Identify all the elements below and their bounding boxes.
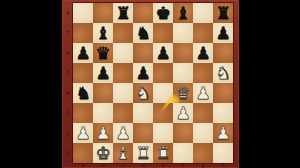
rank-label-2: 2	[64, 123, 72, 143]
square-b3[interactable]	[93, 103, 113, 123]
piece-white-rook[interactable]: ♜	[135, 143, 150, 163]
screenshot-root: { "game": "chess", "position": { "fen": …	[0, 0, 300, 168]
piece-black-queen[interactable]: ♛	[95, 43, 110, 63]
square-f6[interactable]	[173, 43, 193, 63]
square-a3[interactable]	[73, 103, 93, 123]
square-g5[interactable]	[193, 63, 213, 83]
square-c6[interactable]	[113, 43, 133, 63]
square-g4[interactable]: ♟	[193, 83, 213, 103]
square-f7[interactable]	[173, 23, 193, 43]
square-d1[interactable]: ♜	[133, 143, 153, 163]
chess-board-widget: 87654321 abcdefgh ♜♚♝♜♝♞♟♟♛♟♟♟♟♞♞♞♛♟♟♟♟♟…	[62, 0, 239, 168]
piece-black-pawn[interactable]: ♟	[155, 43, 170, 63]
square-h3[interactable]	[213, 103, 233, 123]
square-a4[interactable]: ♞	[73, 83, 93, 103]
square-h7[interactable]: ♟	[213, 23, 233, 43]
file-label-g: g	[193, 163, 213, 168]
square-f4[interactable]: ♛	[173, 83, 193, 103]
piece-black-rook[interactable]: ♜	[115, 3, 130, 23]
file-label-d: d	[133, 163, 153, 168]
piece-black-knight[interactable]: ♞	[75, 83, 90, 103]
square-d4[interactable]: ♞	[133, 83, 153, 103]
piece-black-king[interactable]: ♚	[155, 3, 170, 23]
chess-board[interactable]: ♜♚♝♜♝♞♟♟♛♟♟♟♟♞♞♞♛♟♟♟♟♟♟♚♝♜♜	[73, 3, 233, 163]
rank-label-4: 4	[64, 83, 72, 103]
square-h1[interactable]	[213, 143, 233, 163]
square-d8[interactable]	[133, 3, 153, 23]
square-c7[interactable]	[113, 23, 133, 43]
file-label-c: c	[113, 163, 133, 168]
square-b8[interactable]	[93, 3, 113, 23]
piece-white-bishop[interactable]: ♝	[115, 143, 130, 163]
piece-black-pawn[interactable]: ♟	[135, 63, 150, 83]
letterbox-left	[0, 0, 62, 168]
piece-black-pawn[interactable]: ♟	[75, 43, 90, 63]
square-g3[interactable]	[193, 103, 213, 123]
piece-white-knight[interactable]: ♞	[215, 63, 230, 83]
square-e6[interactable]: ♟	[153, 43, 173, 63]
square-f1[interactable]	[173, 143, 193, 163]
piece-black-pawn[interactable]: ♟	[95, 63, 110, 83]
letterbox-right	[239, 0, 300, 168]
square-a2[interactable]: ♟	[73, 123, 93, 143]
piece-black-pawn[interactable]: ♟	[195, 43, 210, 63]
square-a6[interactable]: ♟	[73, 43, 93, 63]
square-c5[interactable]	[113, 63, 133, 83]
square-b5[interactable]: ♟	[93, 63, 113, 83]
square-b4[interactable]	[93, 83, 113, 103]
rank-label-1: 1	[64, 143, 72, 163]
piece-black-pawn[interactable]: ♟	[215, 23, 230, 43]
square-b6[interactable]: ♛	[93, 43, 113, 63]
square-h5[interactable]: ♞	[213, 63, 233, 83]
square-e8[interactable]: ♚	[153, 3, 173, 23]
square-c3[interactable]	[113, 103, 133, 123]
square-f5[interactable]	[173, 63, 193, 83]
rank-label-5: 5	[64, 63, 72, 83]
square-e5[interactable]	[153, 63, 173, 83]
rank-label-3: 3	[64, 103, 72, 123]
square-a7[interactable]	[73, 23, 93, 43]
piece-black-rook[interactable]: ♜	[215, 3, 230, 23]
square-c2[interactable]: ♟	[113, 123, 133, 143]
file-label-b: b	[93, 163, 113, 168]
square-c1[interactable]: ♝	[113, 143, 133, 163]
square-h2[interactable]: ♟	[213, 123, 233, 143]
file-label-a: a	[73, 163, 93, 168]
piece-white-knight[interactable]: ♞	[135, 83, 150, 103]
piece-white-queen[interactable]: ♛	[175, 83, 190, 103]
square-b1[interactable]: ♚	[93, 143, 113, 163]
square-f8[interactable]: ♝	[173, 3, 193, 23]
piece-white-pawn[interactable]: ♟	[115, 123, 130, 143]
square-h6[interactable]	[213, 43, 233, 63]
square-c4[interactable]	[113, 83, 133, 103]
square-b7[interactable]: ♝	[93, 23, 113, 43]
piece-black-bishop[interactable]: ♝	[175, 3, 190, 23]
piece-white-pawn[interactable]: ♟	[195, 83, 210, 103]
square-d3[interactable]	[133, 103, 153, 123]
square-a8[interactable]	[73, 3, 93, 23]
piece-white-king[interactable]: ♚	[95, 143, 110, 163]
square-g6[interactable]: ♟	[193, 43, 213, 63]
rank-label-7: 7	[64, 23, 72, 43]
file-label-e: e	[153, 163, 173, 168]
piece-white-pawn[interactable]: ♟	[75, 123, 90, 143]
square-g7[interactable]	[193, 23, 213, 43]
square-g1[interactable]	[193, 143, 213, 163]
square-e7[interactable]	[153, 23, 173, 43]
square-b2[interactable]: ♟	[93, 123, 113, 143]
square-g8[interactable]	[193, 3, 213, 23]
square-g2[interactable]	[193, 123, 213, 143]
square-e4[interactable]	[153, 83, 173, 103]
piece-white-rook[interactable]: ♜	[155, 143, 170, 163]
square-a5[interactable]	[73, 63, 93, 83]
rank-label-8: 8	[64, 3, 72, 23]
square-c8[interactable]: ♜	[113, 3, 133, 23]
square-d5[interactable]: ♟	[133, 63, 153, 83]
file-label-f: f	[173, 163, 193, 168]
square-e2[interactable]	[153, 123, 173, 143]
square-d7[interactable]: ♞	[133, 23, 153, 43]
square-d6[interactable]	[133, 43, 153, 63]
square-f2[interactable]	[173, 123, 193, 143]
rank-label-6: 6	[64, 43, 72, 63]
piece-white-pawn[interactable]: ♟	[95, 123, 110, 143]
square-f3[interactable]: ♟	[173, 103, 193, 123]
piece-white-pawn[interactable]: ♟	[215, 123, 230, 143]
square-e1[interactable]: ♜	[153, 143, 173, 163]
square-h8[interactable]: ♜	[213, 3, 233, 23]
square-d2[interactable]	[133, 123, 153, 143]
piece-black-bishop[interactable]: ♝	[95, 23, 110, 43]
square-e3[interactable]	[153, 103, 173, 123]
piece-black-knight[interactable]: ♞	[135, 23, 150, 43]
piece-white-pawn[interactable]: ♟	[175, 103, 190, 123]
square-h4[interactable]	[213, 83, 233, 103]
file-label-h: h	[213, 163, 233, 168]
square-a1[interactable]	[73, 143, 93, 163]
